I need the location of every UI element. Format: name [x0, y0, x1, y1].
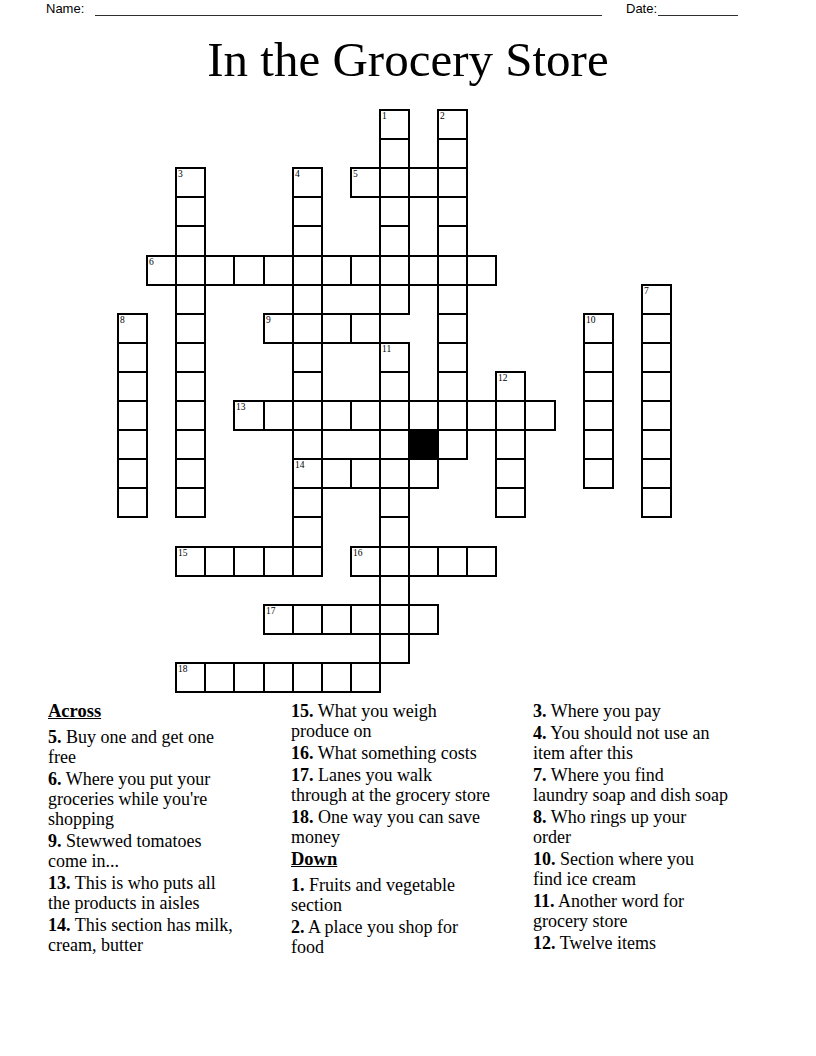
grid-cell[interactable]	[175, 429, 206, 460]
grid-cell[interactable]: 13	[233, 400, 265, 431]
clue: 11. Another word forgrocery store	[533, 891, 728, 931]
grid-cell[interactable]	[408, 546, 439, 577]
grid-cell[interactable]	[117, 371, 148, 402]
grid-cell[interactable]	[583, 458, 614, 489]
grid-cell[interactable]	[175, 225, 206, 257]
grid-cell[interactable]	[292, 371, 323, 402]
clue-number: 14	[295, 460, 305, 471]
clue: 16. What something costs	[291, 743, 490, 763]
clue-number: 13	[236, 402, 246, 413]
grid-cell[interactable]	[379, 167, 410, 198]
clue: 1. Fruits and vegetablesection	[291, 875, 490, 915]
clue: 14. This section has milk,cream, butter	[48, 915, 233, 955]
worksheet-page: Name: Date: In the Grocery Store 1234567…	[0, 0, 816, 1056]
grid-cell[interactable]	[524, 400, 556, 431]
grid-cell[interactable]	[379, 604, 410, 635]
clue-column-3: 3. Where you pay4. You should not use an…	[533, 701, 728, 955]
grid-cell[interactable]: 7	[641, 284, 672, 315]
page-title: In the Grocery Store	[0, 33, 816, 87]
grid-cell[interactable]	[292, 400, 323, 431]
grid-cell[interactable]	[495, 400, 526, 431]
grid-cell[interactable]	[641, 429, 672, 460]
grid-cell[interactable]	[117, 429, 148, 460]
grid-cell[interactable]	[350, 255, 381, 286]
grid-cell[interactable]	[117, 342, 148, 373]
grid-cell[interactable]	[437, 546, 468, 577]
grid-cell[interactable]	[321, 313, 352, 344]
clue-number: 1	[382, 111, 387, 122]
clue-number: 15	[178, 548, 188, 559]
grid-cell[interactable]	[408, 400, 439, 431]
clue: 12. Twelve items	[533, 933, 728, 953]
clue: 17. Lanes you walkthrough at the grocery…	[291, 765, 490, 805]
clue-number: 2	[440, 111, 445, 122]
grid-cell[interactable]	[408, 167, 439, 198]
clue: 15. What you weighproduce on	[291, 701, 490, 741]
grid-cell[interactable]	[495, 487, 526, 518]
grid-cell[interactable]: 17	[263, 604, 294, 635]
grid-cell[interactable]: 1	[379, 109, 410, 140]
grid-cell[interactable]	[204, 662, 235, 693]
grid-cell[interactable]: 15	[175, 546, 206, 577]
clue: 7. Where you findlaundry soap and dish s…	[533, 765, 728, 805]
blocked-cell	[408, 429, 439, 460]
grid-cell[interactable]	[495, 429, 526, 460]
grid-cell[interactable]: 8	[117, 313, 148, 344]
grid-cell[interactable]	[321, 458, 352, 489]
grid-cell[interactable]: 18	[175, 662, 206, 693]
grid-cell[interactable]	[379, 400, 410, 431]
grid-cell[interactable]	[379, 575, 410, 606]
grid-cell[interactable]	[437, 342, 468, 373]
grid-cell[interactable]	[292, 546, 323, 577]
grid-cell[interactable]	[350, 400, 381, 431]
clue-number: 5	[353, 169, 358, 180]
clue-number: 16	[353, 548, 363, 559]
grid-cell[interactable]: 5	[350, 167, 381, 198]
grid-cell[interactable]	[379, 225, 410, 257]
grid-cell[interactable]	[204, 255, 235, 286]
grid-cell[interactable]	[379, 371, 410, 402]
grid-cell[interactable]	[175, 196, 206, 227]
clue-number: 11	[382, 344, 391, 355]
grid-cell[interactable]: 6	[146, 255, 177, 286]
grid-cell[interactable]	[379, 633, 410, 664]
down-clues-2: 3. Where you pay4. You should not use an…	[533, 701, 728, 953]
grid-cell[interactable]	[175, 342, 206, 373]
grid-cell[interactable]	[437, 138, 468, 169]
grid-cell[interactable]	[437, 255, 468, 286]
grid-cell[interactable]	[583, 342, 614, 373]
across-header: Across	[48, 701, 233, 721]
clue: 13. This is who puts allthe products in …	[48, 873, 233, 913]
grid-cell[interactable]	[292, 284, 323, 315]
grid-cell[interactable]	[583, 429, 614, 460]
grid-cell[interactable]	[408, 604, 439, 635]
grid-cell[interactable]	[379, 138, 410, 169]
grid-cell[interactable]	[437, 400, 468, 431]
grid-cell[interactable]	[292, 313, 323, 344]
clue-number: 9	[266, 315, 271, 326]
grid-cell[interactable]: 11	[379, 342, 410, 373]
grid-cell[interactable]	[466, 255, 497, 286]
grid-cell[interactable]	[437, 371, 468, 402]
grid-cell[interactable]: 10	[583, 313, 614, 344]
grid-cell[interactable]	[175, 313, 206, 344]
grid-cell[interactable]	[292, 342, 323, 373]
grid-cell[interactable]	[350, 458, 381, 489]
grid-cell[interactable]	[263, 546, 294, 577]
grid-cell[interactable]: 3	[175, 167, 206, 198]
grid-cell[interactable]	[379, 196, 410, 227]
clue-number: 12	[498, 373, 508, 384]
grid-cell[interactable]	[379, 255, 410, 286]
grid-cell[interactable]	[641, 400, 672, 431]
grid-cell[interactable]	[583, 400, 614, 431]
grid-cell[interactable]	[292, 604, 323, 635]
grid-cell[interactable]	[117, 458, 148, 489]
grid-cell[interactable]	[379, 516, 410, 548]
grid-cell[interactable]: 9	[263, 313, 294, 344]
clue: 3. Where you pay	[533, 701, 728, 721]
grid-cell[interactable]	[641, 458, 672, 489]
grid-cell[interactable]	[495, 458, 526, 489]
grid-cell[interactable]	[466, 400, 497, 431]
grid-cell[interactable]	[233, 255, 265, 286]
grid-cell[interactable]: 14	[292, 458, 323, 489]
grid-cell[interactable]	[321, 662, 352, 693]
grid-cell[interactable]	[175, 371, 206, 402]
grid-cell[interactable]	[292, 225, 323, 257]
across-clues-1: 5. Buy one and get onefree6. Where you p…	[48, 727, 233, 955]
clue-number: 7	[644, 286, 649, 297]
grid-cell[interactable]	[117, 487, 148, 518]
grid-cell[interactable]	[641, 487, 672, 518]
grid-cell[interactable]	[350, 604, 381, 635]
grid-cell[interactable]	[437, 196, 468, 227]
grid-cell[interactable]	[379, 546, 410, 577]
name-blank-line	[95, 2, 602, 16]
grid-cell[interactable]	[175, 284, 206, 315]
grid-cell[interactable]	[408, 458, 439, 489]
grid-cell[interactable]	[204, 546, 235, 577]
grid-cell[interactable]	[175, 255, 206, 286]
grid-cell[interactable]	[641, 313, 672, 344]
grid-cell[interactable]	[379, 458, 410, 489]
clue-number: 8	[120, 315, 125, 326]
clue: 2. A place you shop forfood	[291, 917, 490, 957]
grid-cell[interactable]	[466, 546, 497, 577]
clue: 6. Where you put yourgroceries while you…	[48, 769, 233, 829]
clue-number: 4	[295, 169, 300, 180]
grid-cell[interactable]	[175, 487, 206, 518]
grid-cell[interactable]	[292, 487, 323, 518]
clue-number: 10	[586, 315, 596, 326]
grid-cell[interactable]: 2	[437, 109, 468, 140]
grid-cell[interactable]	[321, 400, 352, 431]
clue: 4. You should not use anitem after this	[533, 723, 728, 763]
grid-cell[interactable]	[350, 662, 381, 693]
grid-cell[interactable]	[379, 429, 410, 460]
grid-cell[interactable]	[379, 284, 410, 315]
down-header: Down	[291, 849, 490, 869]
grid-cell[interactable]	[292, 429, 323, 460]
clue: 10. Section where youfind ice cream	[533, 849, 728, 889]
grid-cell[interactable]	[408, 255, 439, 286]
grid-cell[interactable]: 12	[495, 371, 526, 402]
clue-number: 6	[149, 257, 154, 268]
grid-cell[interactable]	[321, 604, 352, 635]
grid-cell[interactable]	[175, 400, 206, 431]
clue: 8. Who rings up yourorder	[533, 807, 728, 847]
clue-column-2: 15. What you weighproduce on16. What som…	[291, 701, 490, 959]
clue-column-1: Across 5. Buy one and get onefree6. Wher…	[48, 701, 233, 957]
grid-cell[interactable]	[292, 255, 323, 286]
grid-cell[interactable]	[233, 546, 265, 577]
grid-cell[interactable]	[321, 255, 352, 286]
clue-number: 17	[266, 606, 276, 617]
grid-cell[interactable]	[437, 167, 468, 198]
grid-cell[interactable]	[175, 458, 206, 489]
clue: 5. Buy one and get onefree	[48, 727, 233, 767]
grid-cell[interactable]	[350, 313, 381, 344]
date-label: Date:	[626, 2, 657, 16]
grid-cell[interactable]	[233, 662, 265, 693]
clue-number: 3	[178, 169, 183, 180]
clue: 9. Stewwed tomatoescome in...	[48, 831, 233, 871]
grid-cell[interactable]	[292, 516, 323, 548]
grid-cell[interactable]	[437, 429, 468, 460]
grid-cell[interactable]: 16	[350, 546, 381, 577]
grid-cell[interactable]	[292, 196, 323, 227]
grid-cell[interactable]	[437, 225, 468, 257]
grid-cell[interactable]	[117, 400, 148, 431]
grid-cell[interactable]	[437, 313, 468, 344]
name-label: Name:	[46, 2, 84, 16]
grid-cell[interactable]	[263, 255, 294, 286]
clue-number: 18	[178, 664, 188, 675]
clue: 18. One way you can savemoney	[291, 807, 490, 847]
grid-cell[interactable]	[641, 371, 672, 402]
grid-cell[interactable]	[583, 371, 614, 402]
grid-cell[interactable]	[263, 662, 294, 693]
grid-cell[interactable]: 4	[292, 167, 323, 198]
grid-cell[interactable]	[263, 400, 294, 431]
grid-cell[interactable]	[641, 342, 672, 373]
grid-cell[interactable]	[379, 487, 410, 518]
date-blank-line	[658, 2, 738, 16]
across-clues-2: 15. What you weighproduce on16. What som…	[291, 701, 490, 847]
down-clues-1: 1. Fruits and vegetablesection2. A place…	[291, 875, 490, 957]
grid-cell[interactable]	[292, 662, 323, 693]
grid-cell[interactable]	[437, 284, 468, 315]
